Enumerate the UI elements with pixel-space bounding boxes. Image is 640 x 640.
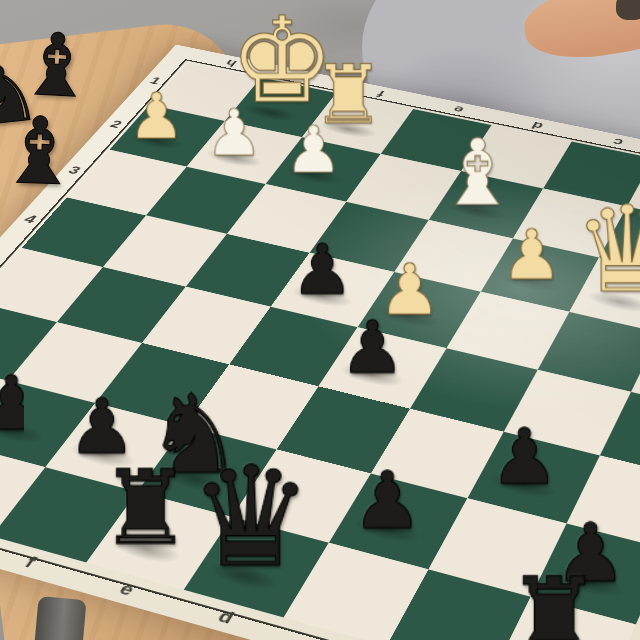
piece-black-rook-a8[interactable]: ♜ — [497, 564, 611, 640]
piece-white-pawn-f2[interactable]: ♟ — [270, 118, 358, 183]
piece-black-pawn-e4[interactable]: ♟ — [275, 235, 369, 305]
captured-black-bishop-icon: ♝ — [0, 105, 82, 200]
piece-black-king-g8[interactable]: ♚ — [0, 360, 10, 508]
piece-black-pawn-b6[interactable]: ♟ — [472, 419, 577, 496]
piece-white-pawn-g2[interactable]: ♟ — [191, 101, 278, 165]
piece-black-rook-e8[interactable]: ♜ — [92, 457, 200, 560]
chess-board: ♚♜♟♟♟♝♟♛♟♟♟♟♟♟♞♟♟♚♜♛♜ hhggffeeddccbbaa12… — [0, 45, 640, 640]
background-shadow — [616, 0, 640, 20]
piece-white-pawn-h2[interactable]: ♟ — [113, 85, 199, 148]
piece-white-queen-b3[interactable]: ♛ — [573, 191, 640, 310]
piece-black-pawn-c7[interactable]: ♟ — [334, 461, 441, 540]
table-leg — [33, 596, 86, 640]
piece-black-pawn-d5[interactable]: ♟ — [323, 312, 422, 385]
piece-white-bishop-d2[interactable]: ♝ — [433, 127, 523, 219]
piece-white-pawn-c3[interactable]: ♟ — [485, 221, 579, 290]
piece-black-queen-d8[interactable]: ♛ — [189, 449, 299, 587]
photo-scene: ♝ ♞ ♝ ♚♜♟♟♟♝♟♛♟♟♟♟♟♟♞♟♟♚♜♛♜ hhggffeeddcc… — [0, 0, 640, 640]
